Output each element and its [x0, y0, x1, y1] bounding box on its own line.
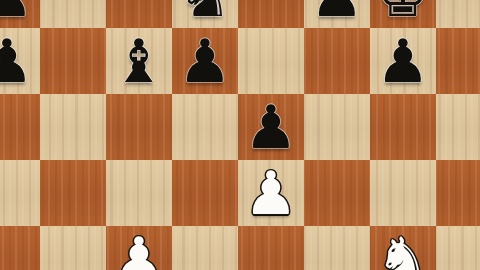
square-e3[interactable] — [238, 226, 304, 270]
square-e4[interactable]: ♟ — [238, 160, 304, 226]
square-d3[interactable] — [172, 226, 238, 270]
square-c5[interactable] — [106, 94, 172, 160]
square-a7[interactable]: ♟ — [0, 0, 40, 28]
chess-board: ♟♞♟♚♟♝♟♟♟♟♟♞ — [0, 0, 480, 270]
square-g4[interactable] — [370, 160, 436, 226]
square-a6[interactable]: ♟ — [0, 28, 40, 94]
square-h5[interactable] — [436, 94, 480, 160]
square-g5[interactable] — [370, 94, 436, 160]
black-pawn-f7[interactable]: ♟ — [304, 0, 370, 28]
square-c6[interactable]: ♝ — [106, 28, 172, 94]
square-f4[interactable] — [304, 160, 370, 226]
square-e5[interactable]: ♟ — [238, 94, 304, 160]
square-h6[interactable] — [436, 28, 480, 94]
black-pawn-g6[interactable]: ♟ — [370, 28, 436, 94]
square-a3[interactable] — [0, 226, 40, 270]
board-viewport: ♟♞♟♚♟♝♟♟♟♟♟♞ — [0, 0, 480, 270]
white-pawn-e4[interactable]: ♟ — [238, 160, 304, 226]
square-f6[interactable] — [304, 28, 370, 94]
square-d5[interactable] — [172, 94, 238, 160]
black-pawn-a7[interactable]: ♟ — [0, 0, 40, 28]
square-g6[interactable]: ♟ — [370, 28, 436, 94]
black-pawn-d6[interactable]: ♟ — [172, 28, 238, 94]
square-h4[interactable] — [436, 160, 480, 226]
black-king-g7[interactable]: ♚ — [370, 0, 436, 28]
square-c3[interactable]: ♟ — [106, 226, 172, 270]
black-pawn-e5[interactable]: ♟ — [238, 94, 304, 160]
square-d7[interactable]: ♞ — [172, 0, 238, 28]
square-f5[interactable] — [304, 94, 370, 160]
black-bishop-c6[interactable]: ♝ — [106, 28, 172, 94]
white-knight-g3[interactable]: ♞ — [370, 226, 436, 270]
square-a4[interactable] — [0, 160, 40, 226]
square-b4[interactable] — [40, 160, 106, 226]
square-c7[interactable] — [106, 0, 172, 28]
square-a5[interactable] — [0, 94, 40, 160]
square-f3[interactable] — [304, 226, 370, 270]
square-f7[interactable]: ♟ — [304, 0, 370, 28]
square-b7[interactable] — [40, 0, 106, 28]
square-d4[interactable] — [172, 160, 238, 226]
square-e6[interactable] — [238, 28, 304, 94]
square-b5[interactable] — [40, 94, 106, 160]
square-e7[interactable] — [238, 0, 304, 28]
square-g7[interactable]: ♚ — [370, 0, 436, 28]
square-b3[interactable] — [40, 226, 106, 270]
black-pawn-a6[interactable]: ♟ — [0, 28, 40, 94]
square-c4[interactable] — [106, 160, 172, 226]
square-g3[interactable]: ♞ — [370, 226, 436, 270]
black-knight-d7[interactable]: ♞ — [172, 0, 238, 28]
square-d6[interactable]: ♟ — [172, 28, 238, 94]
square-h7[interactable] — [436, 0, 480, 28]
white-pawn-c3[interactable]: ♟ — [106, 226, 172, 270]
square-b6[interactable] — [40, 28, 106, 94]
square-h3[interactable] — [436, 226, 480, 270]
